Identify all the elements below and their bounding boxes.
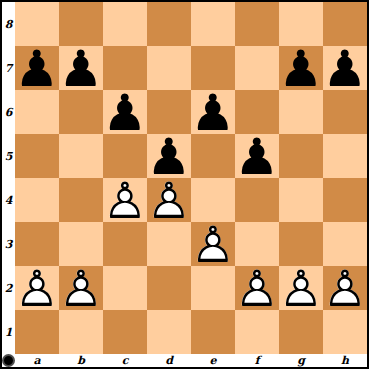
file-label-h: h bbox=[323, 354, 367, 367]
rank-label-7: 7 bbox=[2, 46, 15, 90]
chess-diagram: 87♟♟♟♟6♟♟5♟♟4♟♙♟♙3♟♙2♟♙♟♙♟♙♟♙♟♙1abcdefgh bbox=[0, 0, 369, 369]
square-b6[interactable] bbox=[59, 90, 103, 134]
square-f7[interactable] bbox=[235, 46, 279, 90]
rank-label-4: 4 bbox=[2, 178, 15, 222]
square-c4[interactable]: ♟♙ bbox=[103, 178, 147, 222]
white-pawn-a2[interactable]: ♟♙ bbox=[15, 264, 60, 314]
square-b2[interactable]: ♟♙ bbox=[59, 266, 103, 310]
square-h7[interactable]: ♟ bbox=[323, 46, 367, 90]
square-g5[interactable] bbox=[279, 134, 323, 178]
black-pawn-g7[interactable]: ♟ bbox=[279, 44, 324, 94]
square-h2[interactable]: ♟♙ bbox=[323, 266, 367, 310]
black-pawn-a7[interactable]: ♟ bbox=[15, 44, 60, 94]
square-h4[interactable] bbox=[323, 178, 367, 222]
square-d1[interactable] bbox=[147, 310, 191, 354]
file-label-f: f bbox=[235, 354, 279, 367]
white-pawn-c4[interactable]: ♟♙ bbox=[103, 176, 148, 226]
square-d8[interactable] bbox=[147, 2, 191, 46]
rank-label-5: 5 bbox=[2, 134, 15, 178]
square-g4[interactable] bbox=[279, 178, 323, 222]
file-label-g: g bbox=[279, 354, 323, 367]
white-pawn-h2[interactable]: ♟♙ bbox=[323, 264, 368, 314]
file-label-d: d bbox=[147, 354, 191, 367]
file-label-c: c bbox=[103, 354, 147, 367]
rank-label-8: 8 bbox=[2, 2, 15, 46]
rank-label-3: 3 bbox=[2, 222, 15, 266]
square-c6[interactable]: ♟ bbox=[103, 90, 147, 134]
square-c1[interactable] bbox=[103, 310, 147, 354]
square-f4[interactable] bbox=[235, 178, 279, 222]
file-label-b: b bbox=[59, 354, 103, 367]
white-pawn-g2[interactable]: ♟♙ bbox=[279, 264, 324, 314]
square-a1[interactable] bbox=[15, 310, 59, 354]
square-a6[interactable] bbox=[15, 90, 59, 134]
square-h6[interactable] bbox=[323, 90, 367, 134]
square-b5[interactable] bbox=[59, 134, 103, 178]
square-f1[interactable] bbox=[235, 310, 279, 354]
rank-label-6: 6 bbox=[2, 90, 15, 134]
white-pawn-d4[interactable]: ♟♙ bbox=[147, 176, 192, 226]
square-e8[interactable] bbox=[191, 2, 235, 46]
square-b1[interactable] bbox=[59, 310, 103, 354]
square-g7[interactable]: ♟ bbox=[279, 46, 323, 90]
square-d7[interactable] bbox=[147, 46, 191, 90]
square-h5[interactable] bbox=[323, 134, 367, 178]
board: 87♟♟♟♟6♟♟5♟♟4♟♙♟♙3♟♙2♟♙♟♙♟♙♟♙♟♙1abcdefgh bbox=[2, 2, 367, 367]
black-pawn-b7[interactable]: ♟ bbox=[59, 44, 104, 94]
square-f5[interactable]: ♟ bbox=[235, 134, 279, 178]
square-f2[interactable]: ♟♙ bbox=[235, 266, 279, 310]
square-a7[interactable]: ♟ bbox=[15, 46, 59, 90]
square-g1[interactable] bbox=[279, 310, 323, 354]
square-c2[interactable] bbox=[103, 266, 147, 310]
square-g6[interactable] bbox=[279, 90, 323, 134]
file-label-a: a bbox=[15, 354, 59, 367]
file-label-e: e bbox=[191, 354, 235, 367]
square-e5[interactable] bbox=[191, 134, 235, 178]
black-pawn-e6[interactable]: ♟ bbox=[191, 88, 236, 138]
corner-cell bbox=[2, 354, 15, 367]
rank-label-1: 1 bbox=[2, 310, 15, 354]
square-e1[interactable] bbox=[191, 310, 235, 354]
square-e2[interactable] bbox=[191, 266, 235, 310]
square-f8[interactable] bbox=[235, 2, 279, 46]
square-d4[interactable]: ♟♙ bbox=[147, 178, 191, 222]
square-e3[interactable]: ♟♙ bbox=[191, 222, 235, 266]
white-pawn-b2[interactable]: ♟♙ bbox=[59, 264, 104, 314]
square-d2[interactable] bbox=[147, 266, 191, 310]
black-pawn-h7[interactable]: ♟ bbox=[323, 44, 368, 94]
square-a5[interactable] bbox=[15, 134, 59, 178]
black-to-move-indicator bbox=[2, 354, 15, 367]
square-g2[interactable]: ♟♙ bbox=[279, 266, 323, 310]
square-a2[interactable]: ♟♙ bbox=[15, 266, 59, 310]
square-a4[interactable] bbox=[15, 178, 59, 222]
white-pawn-e3[interactable]: ♟♙ bbox=[191, 220, 236, 270]
square-c8[interactable] bbox=[103, 2, 147, 46]
black-pawn-c6[interactable]: ♟ bbox=[103, 88, 148, 138]
square-d3[interactable] bbox=[147, 222, 191, 266]
square-h1[interactable] bbox=[323, 310, 367, 354]
square-c3[interactable] bbox=[103, 222, 147, 266]
square-e6[interactable]: ♟ bbox=[191, 90, 235, 134]
black-pawn-f5[interactable]: ♟ bbox=[235, 132, 280, 182]
rank-label-2: 2 bbox=[2, 266, 15, 310]
square-b7[interactable]: ♟ bbox=[59, 46, 103, 90]
white-pawn-f2[interactable]: ♟♙ bbox=[235, 264, 280, 314]
square-b4[interactable] bbox=[59, 178, 103, 222]
